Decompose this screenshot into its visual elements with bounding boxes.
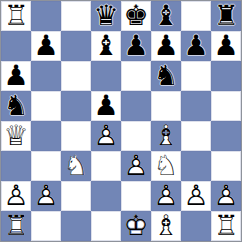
square-e8[interactable]: ♚ [121,1,151,31]
square-d5[interactable]: ♟ [91,91,121,121]
black-rook[interactable]: ♜ [211,1,241,31]
square-g2[interactable]: ♟♙ [181,181,211,211]
square-b8[interactable] [31,1,61,31]
white-queen[interactable]: ♛♕ [1,121,31,151]
square-c6[interactable] [61,61,91,91]
square-h3[interactable] [211,151,241,181]
square-f2[interactable]: ♟♙ [151,181,181,211]
square-f8[interactable]: ♝ [151,1,181,31]
square-c1[interactable] [61,211,91,241]
square-d4[interactable]: ♟♙ [91,121,121,151]
black-pawn[interactable]: ♟ [121,31,151,61]
black-bishop[interactable]: ♝ [91,31,121,61]
square-a1[interactable]: ♜♖ [1,211,31,241]
square-a2[interactable]: ♟♙ [1,181,31,211]
square-e4[interactable] [121,121,151,151]
white-king[interactable]: ♚♔ [121,211,151,241]
white-rook[interactable]: ♜♖ [1,211,31,241]
square-b3[interactable] [31,151,61,181]
square-b2[interactable]: ♟♙ [31,181,61,211]
white-rook[interactable]: ♜♖ [211,211,241,241]
white-rook[interactable]: ♜♖ [1,1,31,31]
square-c4[interactable] [61,121,91,151]
square-c3[interactable]: ♞♘ [61,151,91,181]
white-pawn[interactable]: ♟♙ [1,181,31,211]
square-b5[interactable] [31,91,61,121]
square-a4[interactable]: ♛♕ [1,121,31,151]
square-f3[interactable]: ♞♘ [151,151,181,181]
square-h6[interactable] [211,61,241,91]
black-pawn[interactable]: ♟ [181,31,211,61]
square-b7[interactable]: ♟ [31,31,61,61]
square-d8[interactable]: ♛ [91,1,121,31]
square-e6[interactable] [121,61,151,91]
square-c8[interactable] [61,1,91,31]
square-a7[interactable] [1,31,31,61]
square-c7[interactable] [61,31,91,61]
chess-board: ♜♖♛♚♝♜♟♝♟♟♟♟♟♞♞♟♛♕♟♙♝♗♞♘♟♙♞♘♟♙♟♙♟♙♟♙♟♙♜♖… [0,0,242,242]
square-e7[interactable]: ♟ [121,31,151,61]
black-knight[interactable]: ♞ [151,61,181,91]
square-h1[interactable]: ♜♖ [211,211,241,241]
white-bishop[interactable]: ♝♗ [151,211,181,241]
white-pawn[interactable]: ♟♙ [121,151,151,181]
square-h5[interactable] [211,91,241,121]
square-g4[interactable] [181,121,211,151]
square-d6[interactable] [91,61,121,91]
square-h8[interactable]: ♜ [211,1,241,31]
black-knight[interactable]: ♞ [1,91,31,121]
black-pawn[interactable]: ♟ [151,31,181,61]
white-pawn[interactable]: ♟♙ [211,181,241,211]
black-queen[interactable]: ♛ [91,1,121,31]
black-pawn[interactable]: ♟ [211,31,241,61]
square-b6[interactable] [31,61,61,91]
square-g3[interactable] [181,151,211,181]
black-pawn[interactable]: ♟ [31,31,61,61]
square-g1[interactable] [181,211,211,241]
square-d2[interactable] [91,181,121,211]
square-b1[interactable] [31,211,61,241]
square-g7[interactable]: ♟ [181,31,211,61]
square-h2[interactable]: ♟♙ [211,181,241,211]
black-pawn[interactable]: ♟ [91,91,121,121]
square-e2[interactable] [121,181,151,211]
white-pawn[interactable]: ♟♙ [151,181,181,211]
square-a3[interactable] [1,151,31,181]
square-f4[interactable]: ♝♗ [151,121,181,151]
white-knight[interactable]: ♞♘ [61,151,91,181]
square-f1[interactable]: ♝♗ [151,211,181,241]
square-c5[interactable] [61,91,91,121]
black-king[interactable]: ♚ [121,1,151,31]
square-d3[interactable] [91,151,121,181]
square-f5[interactable] [151,91,181,121]
black-pawn[interactable]: ♟ [1,61,31,91]
square-h4[interactable] [211,121,241,151]
square-f7[interactable]: ♟ [151,31,181,61]
square-d1[interactable] [91,211,121,241]
white-knight[interactable]: ♞♘ [151,151,181,181]
square-e5[interactable] [121,91,151,121]
square-f6[interactable]: ♞ [151,61,181,91]
square-c2[interactable] [61,181,91,211]
square-e1[interactable]: ♚♔ [121,211,151,241]
square-a5[interactable]: ♞ [1,91,31,121]
black-bishop[interactable]: ♝ [151,1,181,31]
square-h7[interactable]: ♟ [211,31,241,61]
square-g8[interactable] [181,1,211,31]
white-pawn[interactable]: ♟♙ [31,181,61,211]
white-pawn[interactable]: ♟♙ [91,121,121,151]
white-bishop[interactable]: ♝♗ [151,121,181,151]
square-d7[interactable]: ♝ [91,31,121,61]
square-g6[interactable] [181,61,211,91]
square-a6[interactable]: ♟ [1,61,31,91]
square-e3[interactable]: ♟♙ [121,151,151,181]
square-g5[interactable] [181,91,211,121]
white-pawn[interactable]: ♟♙ [181,181,211,211]
square-b4[interactable] [31,121,61,151]
square-a8[interactable]: ♜♖ [1,1,31,31]
